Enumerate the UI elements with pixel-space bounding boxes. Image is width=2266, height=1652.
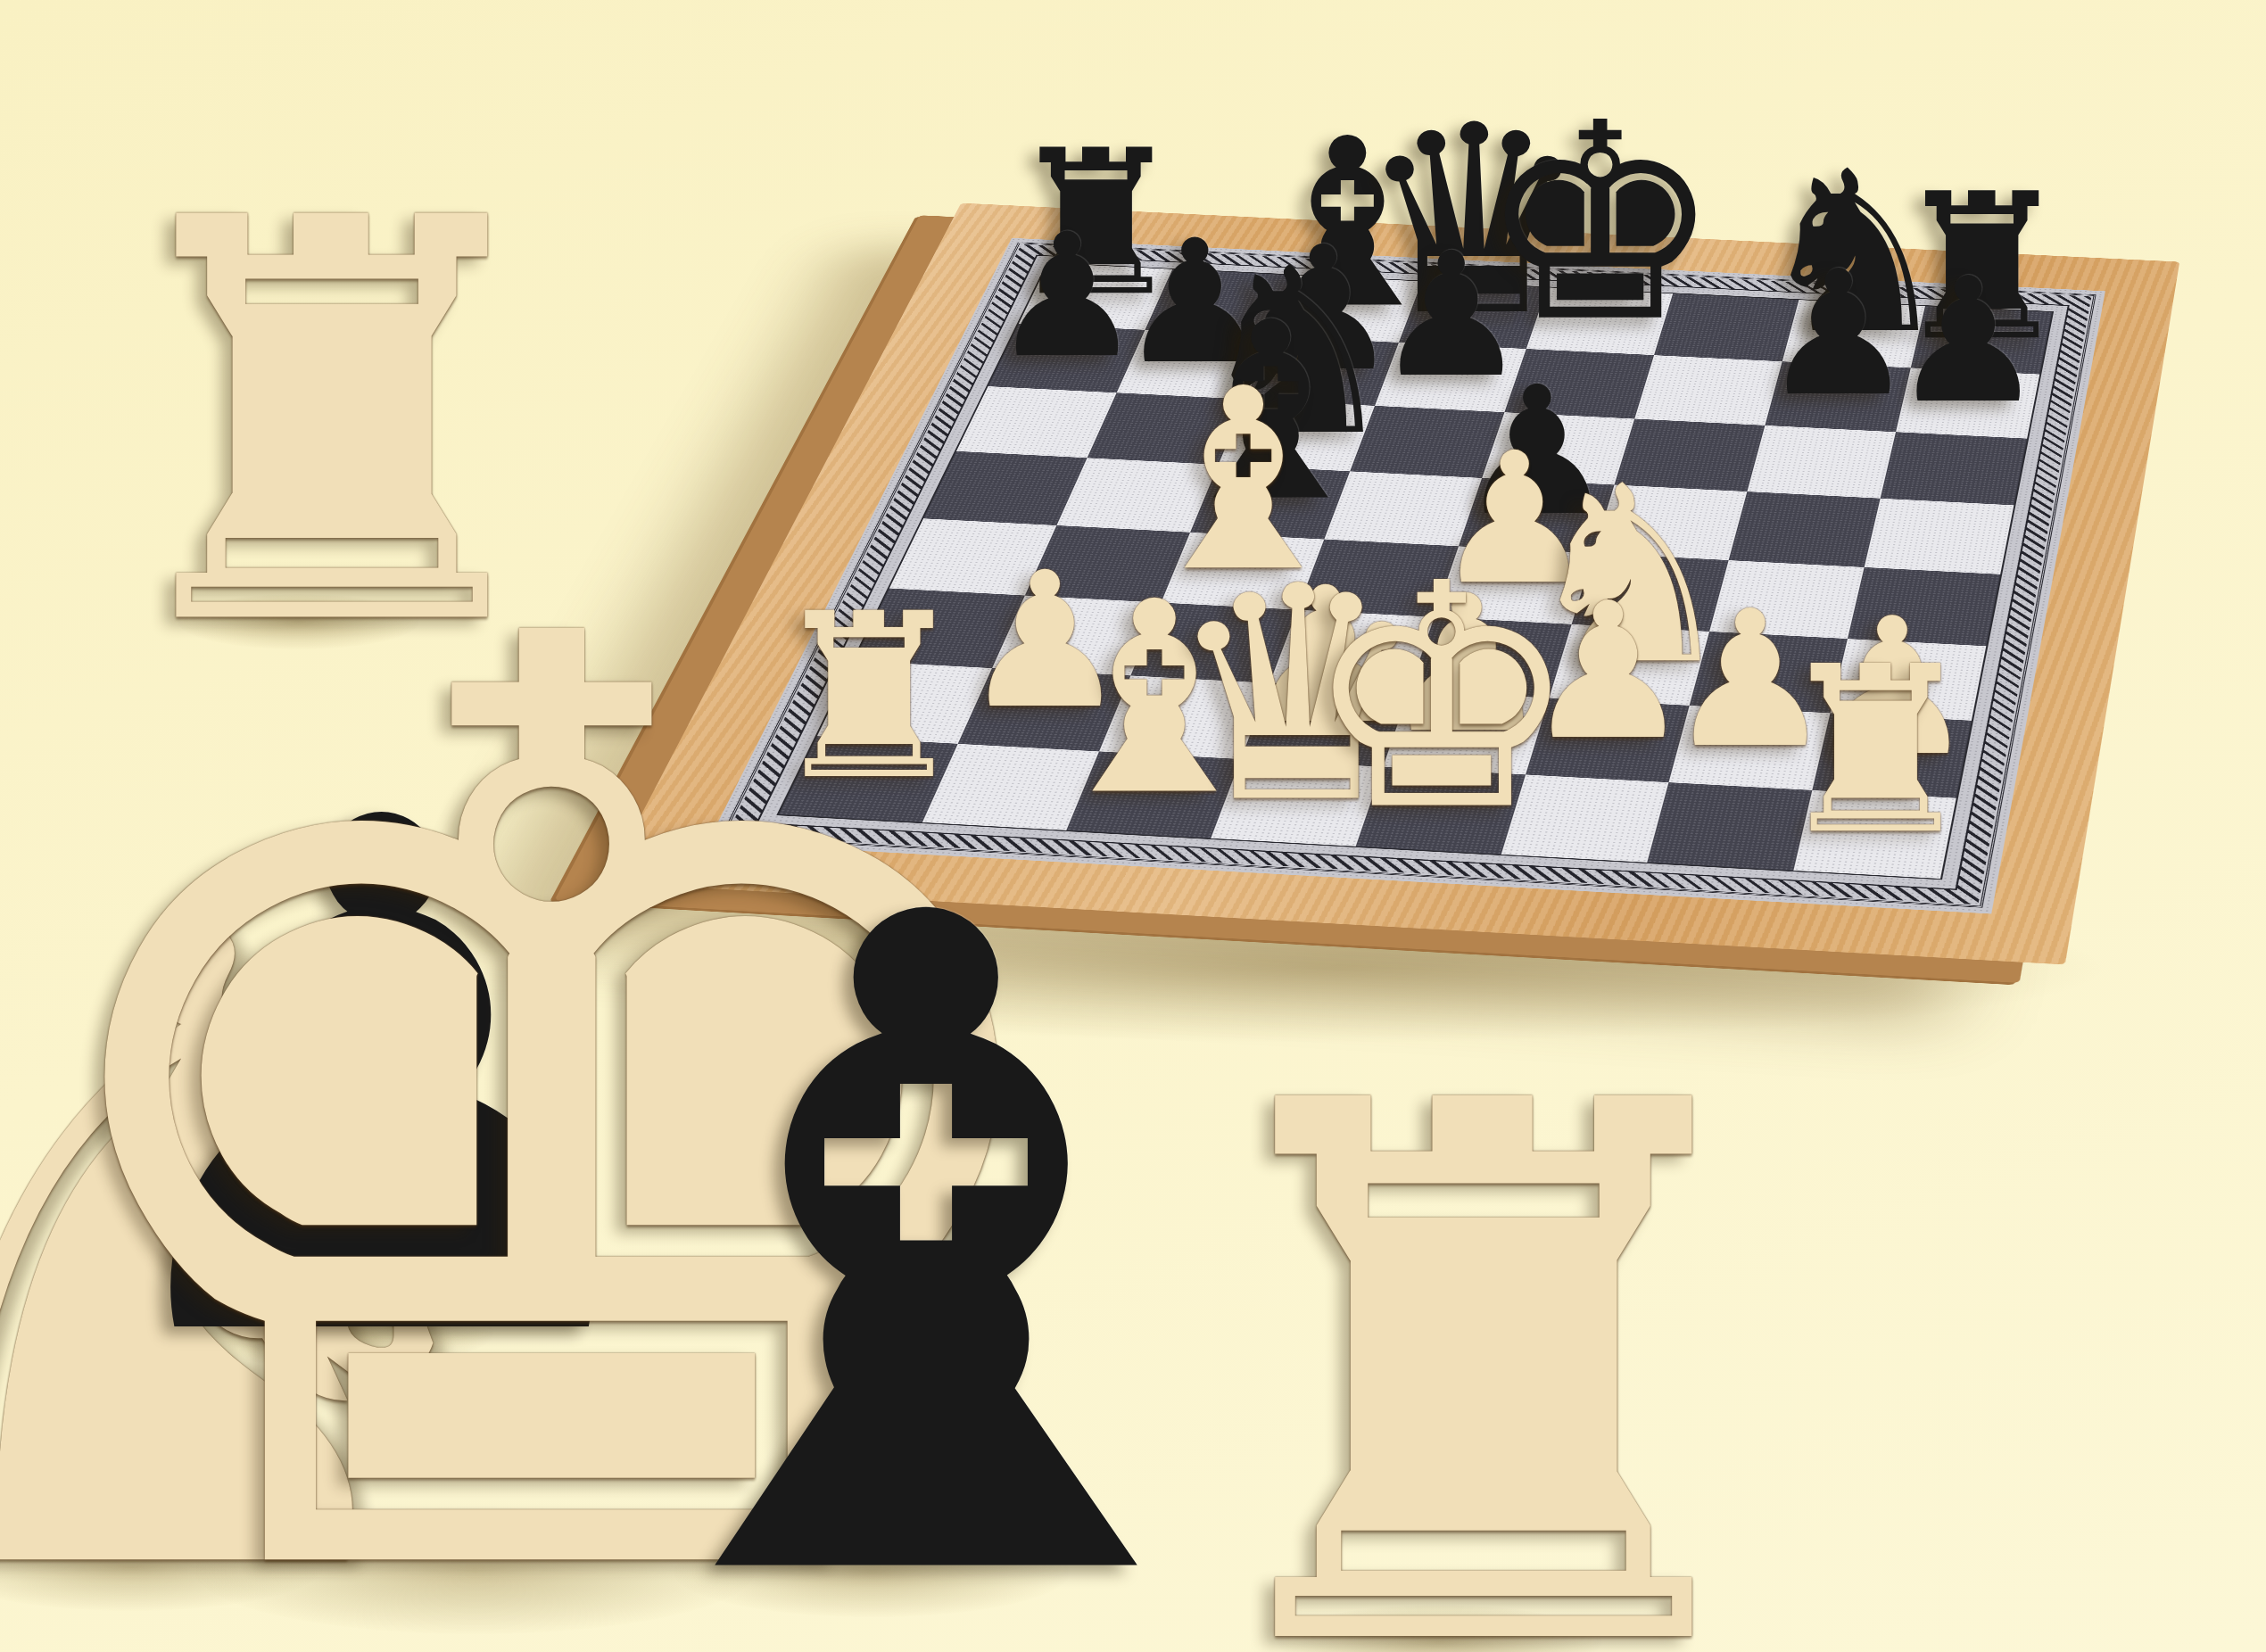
square-h6[interactable] [1881, 432, 2027, 505]
white-k-on-e1[interactable]: ♚ [1303, 544, 1580, 854]
square-g6[interactable] [1747, 425, 1896, 499]
square-h5[interactable] [1865, 499, 2014, 574]
square-g5[interactable] [1729, 491, 1881, 567]
foreground-white-rook-lower-right[interactable]: ♜ [1152, 1009, 1815, 1652]
photo-of-wooden-chess-set: { "game": { "name": "chess", "position":… [0, 0, 2266, 1652]
white-r-on-h1[interactable]: ♜ [1773, 636, 1979, 866]
black-p-on-h7[interactable]: ♟ [1891, 255, 2046, 427]
